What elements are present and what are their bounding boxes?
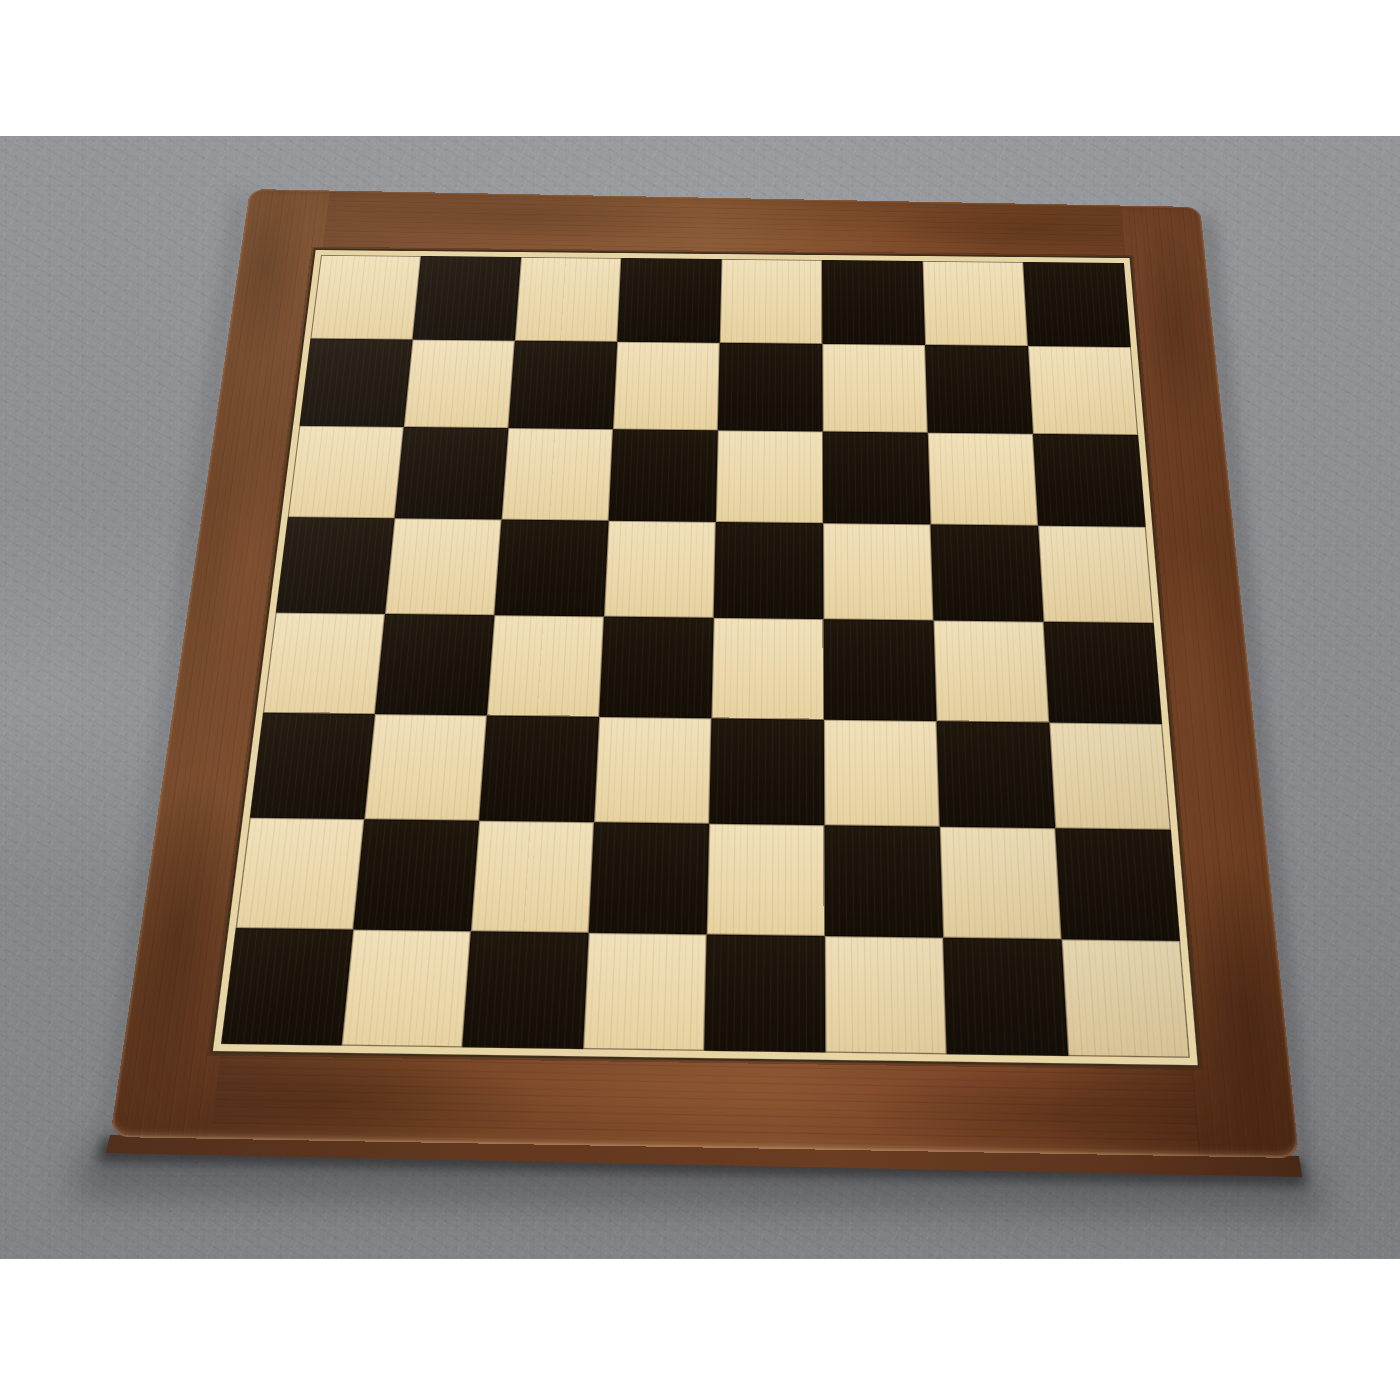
square-h7[interactable] [1028,346,1138,435]
square-c2[interactable] [471,821,594,933]
square-h5[interactable] [1038,526,1154,623]
square-h1[interactable] [1062,939,1190,1058]
square-b2[interactable] [353,819,479,931]
square-h3[interactable] [1049,723,1171,830]
square-e3[interactable] [709,718,824,825]
square-g3[interactable] [937,721,1056,828]
square-d2[interactable] [589,822,709,934]
square-f7[interactable] [822,344,927,433]
frame-rail-bottom [210,1041,1199,1156]
square-b5[interactable] [385,518,502,615]
square-h8[interactable] [1023,262,1131,347]
square-a5[interactable] [276,517,395,614]
square-d7[interactable] [613,342,720,431]
square-g2[interactable] [940,827,1062,940]
square-b6[interactable] [395,427,509,520]
square-e6[interactable] [716,430,823,523]
square-c8[interactable] [515,257,621,342]
square-c4[interactable] [487,615,604,717]
square-f3[interactable] [824,720,940,827]
square-f8[interactable] [822,260,925,345]
square-h2[interactable] [1055,828,1180,941]
square-b1[interactable] [342,930,471,1048]
square-d5[interactable] [604,521,716,618]
square-g5[interactable] [931,524,1044,621]
square-a1[interactable] [221,928,353,1046]
square-e2[interactable] [707,824,825,936]
square-g8[interactable] [923,261,1028,346]
square-d1[interactable] [583,933,707,1051]
square-a8[interactable] [310,255,421,340]
square-h6[interactable] [1033,434,1146,527]
square-c6[interactable] [502,428,613,521]
square-e5[interactable] [714,522,824,619]
product-photo-scene [0,0,1400,1400]
square-c5[interactable] [494,520,608,617]
square-c3[interactable] [479,716,599,823]
square-a4[interactable] [263,613,385,714]
square-g4[interactable] [933,620,1049,722]
square-f5[interactable] [823,523,933,620]
square-a2[interactable] [236,818,365,930]
square-e7[interactable] [718,343,823,432]
square-d8[interactable] [617,258,721,343]
square-a3[interactable] [250,713,375,820]
square-c1[interactable] [462,931,588,1049]
square-f4[interactable] [823,619,936,721]
square-b4[interactable] [375,614,495,716]
square-d6[interactable] [609,429,718,522]
square-g7[interactable] [925,345,1033,434]
square-g1[interactable] [943,938,1068,1056]
square-b7[interactable] [404,340,515,428]
square-f2[interactable] [824,825,943,937]
square-b8[interactable] [413,256,521,341]
chessboard-squares [221,255,1190,1058]
square-e8[interactable] [720,259,823,344]
square-e4[interactable] [711,618,823,720]
square-b3[interactable] [364,714,487,821]
square-a7[interactable] [299,339,412,427]
square-a6[interactable] [288,426,404,518]
square-h4[interactable] [1044,622,1163,724]
square-e1[interactable] [704,934,825,1052]
square-f6[interactable] [823,432,931,525]
square-g6[interactable] [928,433,1038,526]
square-f1[interactable] [825,936,947,1054]
square-d4[interactable] [599,617,714,719]
square-c7[interactable] [508,341,617,430]
square-d3[interactable] [594,717,711,824]
